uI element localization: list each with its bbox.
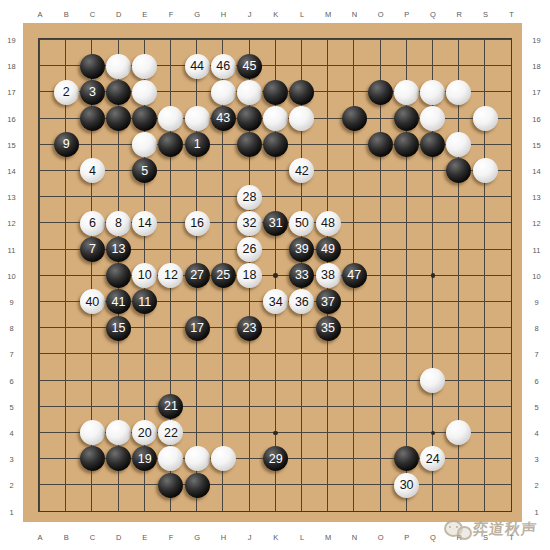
move-number-label: 37 xyxy=(321,296,335,309)
move-number-label: 40 xyxy=(85,296,99,309)
point-L14: 42 xyxy=(289,158,315,184)
white-stone-J11-move-26: 26 xyxy=(237,237,262,262)
coord-left-16: 16 xyxy=(7,114,15,123)
white-stone-Q16 xyxy=(420,106,445,131)
coord-bottom-K: K xyxy=(273,533,278,542)
point-D3 xyxy=(105,446,131,472)
black-stone-E9-move-11: 11 xyxy=(132,289,157,314)
coord-top-M: M xyxy=(325,10,331,19)
point-D12: 8 xyxy=(105,210,131,236)
point-M11: 49 xyxy=(315,236,341,262)
white-stone-M12-move-48: 48 xyxy=(316,211,341,236)
white-stone-E18 xyxy=(132,54,157,79)
point-E14: 5 xyxy=(132,158,158,184)
point-Q6 xyxy=(420,367,446,393)
point-F16 xyxy=(158,105,184,131)
black-stone-Q15 xyxy=(420,132,445,157)
white-stone-R4 xyxy=(446,420,471,445)
coord-top-G: G xyxy=(194,10,200,19)
coord-bottom-O: O xyxy=(378,533,384,542)
black-stone-G15-move-1: 1 xyxy=(185,132,210,157)
black-stone-L17 xyxy=(289,80,314,105)
star-point-Q4 xyxy=(420,420,446,446)
point-G8: 17 xyxy=(184,315,210,341)
coord-top-R: R xyxy=(456,10,461,19)
point-R15 xyxy=(446,132,472,158)
point-H3 xyxy=(210,446,236,472)
coord-bottom-D: D xyxy=(116,533,121,542)
move-number-label: 5 xyxy=(141,165,148,178)
point-R14 xyxy=(446,158,472,184)
move-number-label: 31 xyxy=(269,217,283,230)
move-number-label: 32 xyxy=(243,217,257,230)
move-number-label: 19 xyxy=(138,453,152,466)
move-number-label: 8 xyxy=(115,217,122,230)
coord-bottom-G: G xyxy=(194,533,200,542)
coord-top-L: L xyxy=(300,10,304,19)
star-point-dot xyxy=(431,273,436,278)
point-L16 xyxy=(289,105,315,131)
coord-left-11: 11 xyxy=(8,245,16,254)
move-number-label: 30 xyxy=(400,479,414,492)
point-B17: 2 xyxy=(53,79,79,105)
move-number-label: 28 xyxy=(243,191,257,204)
white-stone-H17 xyxy=(211,80,236,105)
move-number-label: 34 xyxy=(269,296,283,309)
coord-right-12: 12 xyxy=(532,219,540,228)
coord-left-7: 7 xyxy=(9,350,13,359)
point-E17 xyxy=(132,79,158,105)
black-stone-G10-move-27: 27 xyxy=(185,263,210,288)
point-K16 xyxy=(263,105,289,131)
coord-bottom-N: N xyxy=(352,533,357,542)
point-P17 xyxy=(394,79,420,105)
black-stone-R14 xyxy=(446,158,471,183)
coord-top-J: J xyxy=(248,10,252,19)
point-M10: 38 xyxy=(315,263,341,289)
point-J11: 26 xyxy=(236,236,262,262)
coord-bottom-C: C xyxy=(90,533,95,542)
coord-bottom-F: F xyxy=(169,533,174,542)
move-number-label: 43 xyxy=(216,112,230,125)
white-stone-Q17 xyxy=(420,80,445,105)
move-number-label: 29 xyxy=(269,453,283,466)
point-H16: 43 xyxy=(210,105,236,131)
coord-right-17: 17 xyxy=(532,88,540,97)
coord-top-P: P xyxy=(404,10,409,19)
white-stone-C14-move-4: 4 xyxy=(80,158,105,183)
white-stone-G18-move-44: 44 xyxy=(185,54,210,79)
black-stone-D9-move-41: 41 xyxy=(106,289,131,314)
move-number-label: 3 xyxy=(89,86,96,99)
coord-top-D: D xyxy=(116,10,121,19)
point-D18 xyxy=(105,53,131,79)
black-stone-P15 xyxy=(394,132,419,157)
black-stone-N10-move-47: 47 xyxy=(342,263,367,288)
point-J16 xyxy=(236,105,262,131)
move-number-label: 39 xyxy=(295,243,309,256)
point-S14 xyxy=(472,158,498,184)
point-Q15 xyxy=(420,132,446,158)
black-stone-H16-move-43: 43 xyxy=(211,106,236,131)
white-stone-G16 xyxy=(185,106,210,131)
black-stone-D11-move-13: 13 xyxy=(106,237,131,262)
coord-right-8: 8 xyxy=(534,324,538,333)
coord-left-15: 15 xyxy=(7,140,15,149)
point-C11: 7 xyxy=(79,236,105,262)
move-number-label: 42 xyxy=(295,165,309,178)
black-stone-O17 xyxy=(368,80,393,105)
coord-top-E: E xyxy=(142,10,147,19)
point-J12: 32 xyxy=(236,210,262,236)
coord-bottom-H: H xyxy=(221,533,226,542)
black-stone-M8-move-35: 35 xyxy=(316,316,341,341)
white-stone-R17 xyxy=(446,80,471,105)
point-C18 xyxy=(79,53,105,79)
star-point-K4 xyxy=(263,420,289,446)
point-C3 xyxy=(79,446,105,472)
coord-right-18: 18 xyxy=(532,62,540,71)
coord-left-10: 10 xyxy=(7,271,15,280)
move-number-label: 22 xyxy=(164,427,178,440)
point-O17 xyxy=(367,79,393,105)
point-G3 xyxy=(184,446,210,472)
white-stone-K9-move-34: 34 xyxy=(263,289,288,314)
point-M12: 48 xyxy=(315,210,341,236)
black-stone-O15 xyxy=(368,132,393,157)
move-number-label: 48 xyxy=(321,217,335,230)
white-stone-D18 xyxy=(106,54,131,79)
coord-bottom-J: J xyxy=(248,533,252,542)
move-number-label: 45 xyxy=(243,60,257,73)
coord-right-19: 19 xyxy=(532,36,540,45)
point-E9: 11 xyxy=(132,289,158,315)
chat-bubble-small xyxy=(457,526,472,540)
point-D4 xyxy=(105,420,131,446)
point-N10: 47 xyxy=(341,263,367,289)
black-stone-F2 xyxy=(158,473,183,498)
point-M9: 37 xyxy=(315,289,341,315)
move-number-label: 15 xyxy=(112,322,126,335)
coord-top-C: C xyxy=(90,10,95,19)
white-stone-E15 xyxy=(132,132,157,157)
white-stone-G12-move-16: 16 xyxy=(185,211,210,236)
star-point-Q10 xyxy=(420,263,446,289)
coord-top-S: S xyxy=(483,10,488,19)
black-stone-K3-move-29: 29 xyxy=(263,446,288,471)
move-number-label: 6 xyxy=(89,217,96,230)
coord-left-18: 18 xyxy=(7,62,15,71)
black-stone-K15 xyxy=(263,132,288,157)
white-stone-S16 xyxy=(473,106,498,131)
move-number-label: 41 xyxy=(112,296,126,309)
coord-top-K: K xyxy=(273,10,278,19)
white-stone-D12-move-8: 8 xyxy=(106,211,131,236)
black-stone-L11-move-39: 39 xyxy=(289,237,314,262)
move-number-label: 11 xyxy=(138,296,151,309)
point-J8: 23 xyxy=(236,315,262,341)
move-number-label: 7 xyxy=(89,243,96,256)
point-K17 xyxy=(263,79,289,105)
black-stone-D10 xyxy=(106,263,131,288)
white-stone-Q3-move-24: 24 xyxy=(420,446,445,471)
coord-right-6: 6 xyxy=(534,376,538,385)
black-stone-B15-move-9: 9 xyxy=(54,132,79,157)
coord-right-9: 9 xyxy=(534,298,538,307)
white-stone-L14-move-42: 42 xyxy=(289,158,314,183)
point-E3: 19 xyxy=(132,446,158,472)
point-S16 xyxy=(472,105,498,131)
point-G15: 1 xyxy=(184,132,210,158)
white-stone-D4 xyxy=(106,420,131,445)
watermark-text: 弈道秋声 xyxy=(472,520,538,539)
go-diagram-page: { "game": "go", "board": { "size": 19, "… xyxy=(0,0,550,550)
move-number-label: 21 xyxy=(164,400,178,413)
black-stone-J18-move-45: 45 xyxy=(237,54,262,79)
coord-right-13: 13 xyxy=(532,193,540,202)
black-stone-M9-move-37: 37 xyxy=(316,289,341,314)
coord-right-1: 1 xyxy=(534,507,538,516)
point-K15 xyxy=(263,132,289,158)
coord-bottom-A: A xyxy=(37,533,42,542)
white-stone-J17 xyxy=(237,80,262,105)
coord-right-10: 10 xyxy=(532,271,540,280)
coord-right-3: 3 xyxy=(534,455,538,464)
coord-top-F: F xyxy=(169,10,174,19)
point-J13: 28 xyxy=(236,184,262,210)
coord-bottom-Q: Q xyxy=(430,533,436,542)
coord-top-H: H xyxy=(221,10,226,19)
point-K3: 29 xyxy=(263,446,289,472)
point-L12: 50 xyxy=(289,210,315,236)
move-number-label: 4 xyxy=(89,165,96,178)
coord-left-9: 9 xyxy=(9,298,13,307)
black-stone-D16 xyxy=(106,106,131,131)
black-stone-K12-move-31: 31 xyxy=(263,211,288,236)
move-number-label: 9 xyxy=(63,138,70,151)
star-point-dot xyxy=(431,431,436,436)
black-stone-P3 xyxy=(394,446,419,471)
point-Q17 xyxy=(420,79,446,105)
coord-right-4: 4 xyxy=(534,429,538,438)
point-E18 xyxy=(132,53,158,79)
move-number-label: 49 xyxy=(321,243,335,256)
white-stone-E4-move-20: 20 xyxy=(132,420,157,445)
point-E4: 20 xyxy=(132,420,158,446)
coord-top-A: A xyxy=(37,10,42,19)
point-F4: 22 xyxy=(158,420,184,446)
coord-left-17: 17 xyxy=(7,88,15,97)
coord-top-Q: Q xyxy=(430,10,436,19)
coord-top-T: T xyxy=(509,10,514,19)
white-stone-L16 xyxy=(289,106,314,131)
point-L10: 33 xyxy=(289,263,315,289)
black-stone-D8-move-15: 15 xyxy=(106,316,131,341)
coord-right-14: 14 xyxy=(532,167,540,176)
white-stone-R15 xyxy=(446,132,471,157)
point-C9: 40 xyxy=(79,289,105,315)
white-stone-C9-move-40: 40 xyxy=(80,289,105,314)
coord-right-16: 16 xyxy=(532,114,540,123)
point-F5: 21 xyxy=(158,394,184,420)
white-stone-C12-move-6: 6 xyxy=(80,211,105,236)
white-stone-M10-move-38: 38 xyxy=(316,263,341,288)
star-point-dot xyxy=(273,273,278,278)
black-stone-L10-move-33: 33 xyxy=(289,263,314,288)
black-stone-K17 xyxy=(263,80,288,105)
point-B15: 9 xyxy=(53,132,79,158)
point-L9: 36 xyxy=(289,289,315,315)
white-stone-E10-move-10: 10 xyxy=(132,263,157,288)
white-stone-C4 xyxy=(80,420,105,445)
move-number-label: 35 xyxy=(321,322,335,335)
white-stone-S14 xyxy=(473,158,498,183)
coord-top-B: B xyxy=(64,10,69,19)
point-G18: 44 xyxy=(184,53,210,79)
move-number-label: 50 xyxy=(295,217,309,230)
point-H18: 46 xyxy=(210,53,236,79)
black-stone-C16 xyxy=(80,106,105,131)
point-J10: 18 xyxy=(236,263,262,289)
move-number-label: 26 xyxy=(243,243,257,256)
move-number-label: 16 xyxy=(190,217,204,230)
white-stone-J10-move-18: 18 xyxy=(237,263,262,288)
coord-right-15: 15 xyxy=(532,140,540,149)
point-L17 xyxy=(289,79,315,105)
go-board: 4446452343914542286814163231504871326394… xyxy=(23,23,522,522)
move-number-label: 12 xyxy=(164,269,178,282)
point-P3 xyxy=(394,446,420,472)
coord-bottom-B: B xyxy=(64,533,69,542)
coord-left-12: 12 xyxy=(7,219,15,228)
white-stone-K16 xyxy=(263,106,288,131)
point-D17 xyxy=(105,79,131,105)
black-stone-C3 xyxy=(80,446,105,471)
point-J17 xyxy=(236,79,262,105)
point-D16 xyxy=(105,105,131,131)
point-K12: 31 xyxy=(263,210,289,236)
white-stone-E12-move-14: 14 xyxy=(132,211,157,236)
point-D9: 41 xyxy=(105,289,131,315)
white-stone-Q6 xyxy=(420,368,445,393)
point-E12: 14 xyxy=(132,210,158,236)
coord-right-2: 2 xyxy=(534,481,538,490)
white-stone-B17-move-2: 2 xyxy=(54,80,79,105)
black-stone-N16 xyxy=(342,106,367,131)
white-stone-E17 xyxy=(132,80,157,105)
white-stone-J13-move-28: 28 xyxy=(237,185,262,210)
move-number-label: 1 xyxy=(194,138,201,151)
point-G16 xyxy=(184,105,210,131)
point-J18: 45 xyxy=(236,53,262,79)
white-stone-L12-move-50: 50 xyxy=(289,211,314,236)
point-P16 xyxy=(394,105,420,131)
move-number-label: 2 xyxy=(63,86,70,99)
coord-top-N: N xyxy=(352,10,357,19)
move-number-label: 24 xyxy=(426,453,440,466)
black-stone-F15 xyxy=(158,132,183,157)
point-R4 xyxy=(446,420,472,446)
coord-top-O: O xyxy=(378,10,384,19)
white-stone-H3 xyxy=(211,446,236,471)
black-stone-J15 xyxy=(237,132,262,157)
black-stone-E14-move-5: 5 xyxy=(132,158,157,183)
white-stone-H18-move-46: 46 xyxy=(211,54,236,79)
star-point-dot xyxy=(273,431,278,436)
point-Q16 xyxy=(420,105,446,131)
point-E10: 10 xyxy=(132,263,158,289)
stones-grid: 4446452343914542286814163231504871326394… xyxy=(27,27,525,525)
move-number-label: 36 xyxy=(295,296,309,309)
move-number-label: 46 xyxy=(216,60,230,73)
white-stone-P2-move-30: 30 xyxy=(394,473,419,498)
move-number-label: 10 xyxy=(138,269,152,282)
coord-bottom-E: E xyxy=(142,533,147,542)
black-stone-M11-move-49: 49 xyxy=(316,237,341,262)
black-stone-J16 xyxy=(237,106,262,131)
point-G2 xyxy=(184,472,210,498)
move-number-label: 27 xyxy=(190,269,204,282)
point-R17 xyxy=(446,79,472,105)
move-number-label: 33 xyxy=(295,269,309,282)
white-stone-G3 xyxy=(185,446,210,471)
point-E15 xyxy=(132,132,158,158)
point-G12: 16 xyxy=(184,210,210,236)
point-P15 xyxy=(394,132,420,158)
black-stone-D3 xyxy=(106,446,131,471)
point-H10: 25 xyxy=(210,263,236,289)
coord-bottom-M: M xyxy=(325,533,331,542)
black-stone-J8-move-23: 23 xyxy=(237,316,262,341)
black-stone-E3-move-19: 19 xyxy=(132,446,157,471)
coord-right-7: 7 xyxy=(534,350,538,359)
move-number-label: 23 xyxy=(243,322,257,335)
white-stone-J12-move-32: 32 xyxy=(237,211,262,236)
point-E16 xyxy=(132,105,158,131)
move-number-label: 14 xyxy=(138,217,152,230)
coord-left-8: 8 xyxy=(9,324,13,333)
black-stone-C11-move-7: 7 xyxy=(80,237,105,262)
coord-left-14: 14 xyxy=(7,167,15,176)
point-D10 xyxy=(105,263,131,289)
coord-left-6: 6 xyxy=(9,376,13,385)
black-stone-F5-move-21: 21 xyxy=(158,394,183,419)
point-M8: 35 xyxy=(315,315,341,341)
black-stone-C18 xyxy=(80,54,105,79)
black-stone-C17-move-3: 3 xyxy=(80,80,105,105)
move-number-label: 38 xyxy=(321,269,335,282)
point-Q3: 24 xyxy=(420,446,446,472)
coord-left-4: 4 xyxy=(9,429,13,438)
black-stone-G8-move-17: 17 xyxy=(185,316,210,341)
point-F3 xyxy=(158,446,184,472)
black-stone-D17 xyxy=(106,80,131,105)
watermark: 弈道秋声 xyxy=(444,518,537,540)
coord-right-5: 5 xyxy=(534,402,538,411)
move-number-label: 20 xyxy=(138,427,152,440)
point-D8: 15 xyxy=(105,315,131,341)
point-F15 xyxy=(158,132,184,158)
coord-left-13: 13 xyxy=(7,193,15,202)
move-number-label: 18 xyxy=(243,269,257,282)
point-F2 xyxy=(158,472,184,498)
coord-bottom-P: P xyxy=(404,533,409,542)
white-stone-L9-move-36: 36 xyxy=(289,289,314,314)
point-C16 xyxy=(79,105,105,131)
white-stone-F16 xyxy=(158,106,183,131)
point-D11: 13 xyxy=(105,236,131,262)
move-number-label: 25 xyxy=(216,269,230,282)
